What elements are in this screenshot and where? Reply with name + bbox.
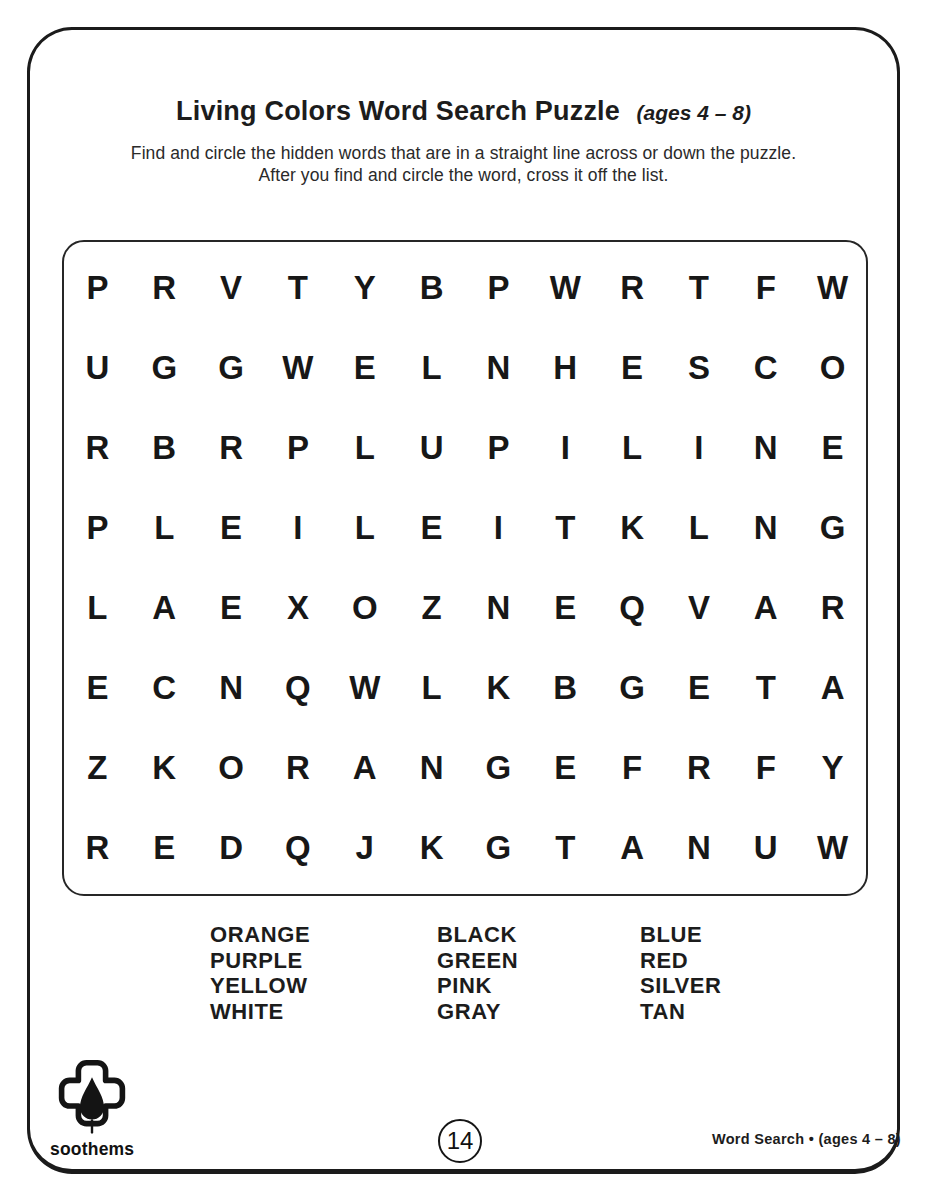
word-white[interactable]: WHITE	[210, 999, 437, 1025]
grid-cell-r8c6[interactable]: K	[398, 808, 465, 888]
brand-logo: soothems	[50, 1058, 134, 1160]
grid-cell-r7c11[interactable]: F	[732, 728, 799, 808]
grid-cell-r4c9[interactable]: K	[599, 488, 666, 568]
grid-cell-r1c12[interactable]: W	[799, 248, 866, 328]
grid-cell-r8c12[interactable]: W	[799, 808, 866, 888]
series-label: Word Search • (ages 4 – 8)	[712, 1131, 901, 1147]
grid-cell-r2c12[interactable]: O	[799, 328, 866, 408]
grid-cell-r1c8[interactable]: W	[532, 248, 599, 328]
grid-cell-r2c6[interactable]: L	[398, 328, 465, 408]
grid-cell-r7c7[interactable]: G	[465, 728, 532, 808]
grid-cell-r6c5[interactable]: W	[331, 648, 398, 728]
grid-cell-r3c4[interactable]: P	[265, 408, 332, 488]
instructions-line-2: After you find and circle the word, cros…	[0, 164, 927, 186]
grid-cell-r8c3[interactable]: D	[198, 808, 265, 888]
grid-cell-r7c10[interactable]: R	[666, 728, 733, 808]
grid-cell-r4c11[interactable]: N	[732, 488, 799, 568]
word-pink[interactable]: PINK	[437, 973, 640, 999]
grid-cell-r6c1[interactable]: E	[64, 648, 131, 728]
grid-cell-r5c10[interactable]: V	[666, 568, 733, 648]
grid-cell-r7c5[interactable]: A	[331, 728, 398, 808]
grid-cell-r2c2[interactable]: G	[131, 328, 198, 408]
word-list: ORANGEPURPLEYELLOWWHITE BLACKGREENPINKGR…	[0, 922, 927, 1024]
grid-cell-r1c1[interactable]: P	[64, 248, 131, 328]
grid-cell-r8c4[interactable]: Q	[265, 808, 332, 888]
grid-cell-r6c4[interactable]: Q	[265, 648, 332, 728]
grid-cell-r6c3[interactable]: N	[198, 648, 265, 728]
grid-cell-r7c6[interactable]: N	[398, 728, 465, 808]
grid-cell-r6c7[interactable]: K	[465, 648, 532, 728]
age-range-note: (ages 4 – 8)	[637, 101, 751, 124]
grid-cell-r5c12[interactable]: R	[799, 568, 866, 648]
page-number-badge: 14	[438, 1119, 482, 1163]
grid-cell-r1c11[interactable]: F	[732, 248, 799, 328]
grid-cell-r3c12[interactable]: E	[799, 408, 866, 488]
grid-cell-r3c5[interactable]: L	[331, 408, 398, 488]
grid-cell-r3c8[interactable]: I	[532, 408, 599, 488]
grid-cell-r5c5[interactable]: O	[331, 568, 398, 648]
grid-cell-r2c3[interactable]: G	[198, 328, 265, 408]
grid-cell-r5c1[interactable]: L	[64, 568, 131, 648]
grid-cell-r5c2[interactable]: A	[131, 568, 198, 648]
grid-cell-r1c4[interactable]: T	[265, 248, 332, 328]
grid-cell-r2c8[interactable]: H	[532, 328, 599, 408]
grid-cell-r5c6[interactable]: Z	[398, 568, 465, 648]
grid-cell-r6c8[interactable]: B	[532, 648, 599, 728]
puzzle-title-row: Living Colors Word Search Puzzle (ages 4…	[0, 94, 927, 130]
grid-cell-r5c9[interactable]: Q	[599, 568, 666, 648]
grid-cell-r4c8[interactable]: T	[532, 488, 599, 568]
grid-cell-r4c5[interactable]: L	[331, 488, 398, 568]
grid-cell-r1c9[interactable]: R	[599, 248, 666, 328]
grid-cell-r6c10[interactable]: E	[666, 648, 733, 728]
puzzle-title: Living Colors Word Search Puzzle	[176, 96, 620, 126]
grid-cell-r2c4[interactable]: W	[265, 328, 332, 408]
brand-name: soothems	[50, 1139, 134, 1160]
grid-cell-r7c9[interactable]: F	[599, 728, 666, 808]
word-green[interactable]: GREEN	[437, 948, 640, 974]
grid-cell-r7c8[interactable]: E	[532, 728, 599, 808]
word-tan[interactable]: TAN	[640, 999, 721, 1025]
instructions-line-1: Find and circle the hidden words that ar…	[0, 142, 927, 164]
grid-cell-r5c4[interactable]: X	[265, 568, 332, 648]
grid-cell-r4c10[interactable]: L	[666, 488, 733, 568]
soothems-cross-drop-icon	[52, 1058, 132, 1138]
grid-cell-r8c8[interactable]: T	[532, 808, 599, 888]
grid-cell-r6c2[interactable]: C	[131, 648, 198, 728]
grid-cell-r8c5[interactable]: J	[331, 808, 398, 888]
grid-cell-r6c9[interactable]: G	[599, 648, 666, 728]
grid-cell-r2c7[interactable]: N	[465, 328, 532, 408]
grid-cell-r7c1[interactable]: Z	[64, 728, 131, 808]
grid-cell-r3c6[interactable]: U	[398, 408, 465, 488]
grid-cell-r4c6[interactable]: E	[398, 488, 465, 568]
grid-cell-r1c6[interactable]: B	[398, 248, 465, 328]
grid-cell-r2c10[interactable]: S	[666, 328, 733, 408]
grid-cell-r7c4[interactable]: R	[265, 728, 332, 808]
grid-cell-r6c12[interactable]: A	[799, 648, 866, 728]
grid-cell-r8c11[interactable]: U	[732, 808, 799, 888]
word-list-column-3: BLUEREDSILVERTAN	[640, 922, 721, 1024]
grid-cell-r1c5[interactable]: Y	[331, 248, 398, 328]
word-list-column-1: ORANGEPURPLEYELLOWWHITE	[210, 922, 437, 1024]
word-gray[interactable]: GRAY	[437, 999, 640, 1025]
grid-cell-r7c3[interactable]: O	[198, 728, 265, 808]
grid-cell-r4c4[interactable]: I	[265, 488, 332, 568]
grid-cell-r3c10[interactable]: I	[666, 408, 733, 488]
grid-cell-r2c1[interactable]: U	[64, 328, 131, 408]
grid-cell-r4c7[interactable]: I	[465, 488, 532, 568]
grid-cell-r1c3[interactable]: V	[198, 248, 265, 328]
worksheet-page: Living Colors Word Search Puzzle (ages 4…	[0, 0, 927, 1200]
grid-cell-r1c2[interactable]: R	[131, 248, 198, 328]
grid-cell-r5c11[interactable]: A	[732, 568, 799, 648]
grid-cell-r6c6[interactable]: L	[398, 648, 465, 728]
grid-cell-r8c2[interactable]: E	[131, 808, 198, 888]
word-yellow[interactable]: YELLOW	[210, 973, 437, 999]
grid-cell-r3c7[interactable]: P	[465, 408, 532, 488]
grid-cell-r1c10[interactable]: T	[666, 248, 733, 328]
grid-cell-r2c9[interactable]: E	[599, 328, 666, 408]
grid-cell-r4c12[interactable]: G	[799, 488, 866, 568]
grid-cell-r3c1[interactable]: R	[64, 408, 131, 488]
word-silver[interactable]: SILVER	[640, 973, 721, 999]
grid-cell-r4c2[interactable]: L	[131, 488, 198, 568]
grid-cell-r8c9[interactable]: A	[599, 808, 666, 888]
word-black[interactable]: BLACK	[437, 922, 640, 948]
grid-cell-r2c11[interactable]: C	[732, 328, 799, 408]
grid-cell-r5c3[interactable]: E	[198, 568, 265, 648]
word-orange[interactable]: ORANGE	[210, 922, 437, 948]
word-list-column-2: BLACKGREENPINKGRAY	[437, 922, 640, 1024]
grid-cell-r8c1[interactable]: R	[64, 808, 131, 888]
grid-cell-r7c2[interactable]: K	[131, 728, 198, 808]
letter-grid: PRVTYBPWRTFWUGGWELNHESCORBRPLUPILINEPLEI…	[62, 240, 868, 896]
grid-cell-r7c12[interactable]: Y	[799, 728, 866, 808]
grid-cell-r3c9[interactable]: L	[599, 408, 666, 488]
grid-cell-r5c8[interactable]: E	[532, 568, 599, 648]
grid-cell-r2c5[interactable]: E	[331, 328, 398, 408]
word-red[interactable]: RED	[640, 948, 721, 974]
word-purple[interactable]: PURPLE	[210, 948, 437, 974]
grid-cell-r3c3[interactable]: R	[198, 408, 265, 488]
grid-cell-r8c10[interactable]: N	[666, 808, 733, 888]
page-number: 14	[447, 1127, 474, 1155]
instructions-block: Find and circle the hidden words that ar…	[0, 142, 927, 186]
grid-cell-r8c7[interactable]: G	[465, 808, 532, 888]
grid-cell-r3c2[interactable]: B	[131, 408, 198, 488]
word-blue[interactable]: BLUE	[640, 922, 721, 948]
grid-cell-r4c1[interactable]: P	[64, 488, 131, 568]
grid-cell-r6c11[interactable]: T	[732, 648, 799, 728]
grid-cell-r5c7[interactable]: N	[465, 568, 532, 648]
grid-cell-r3c11[interactable]: N	[732, 408, 799, 488]
grid-cell-r1c7[interactable]: P	[465, 248, 532, 328]
grid-cell-r4c3[interactable]: E	[198, 488, 265, 568]
